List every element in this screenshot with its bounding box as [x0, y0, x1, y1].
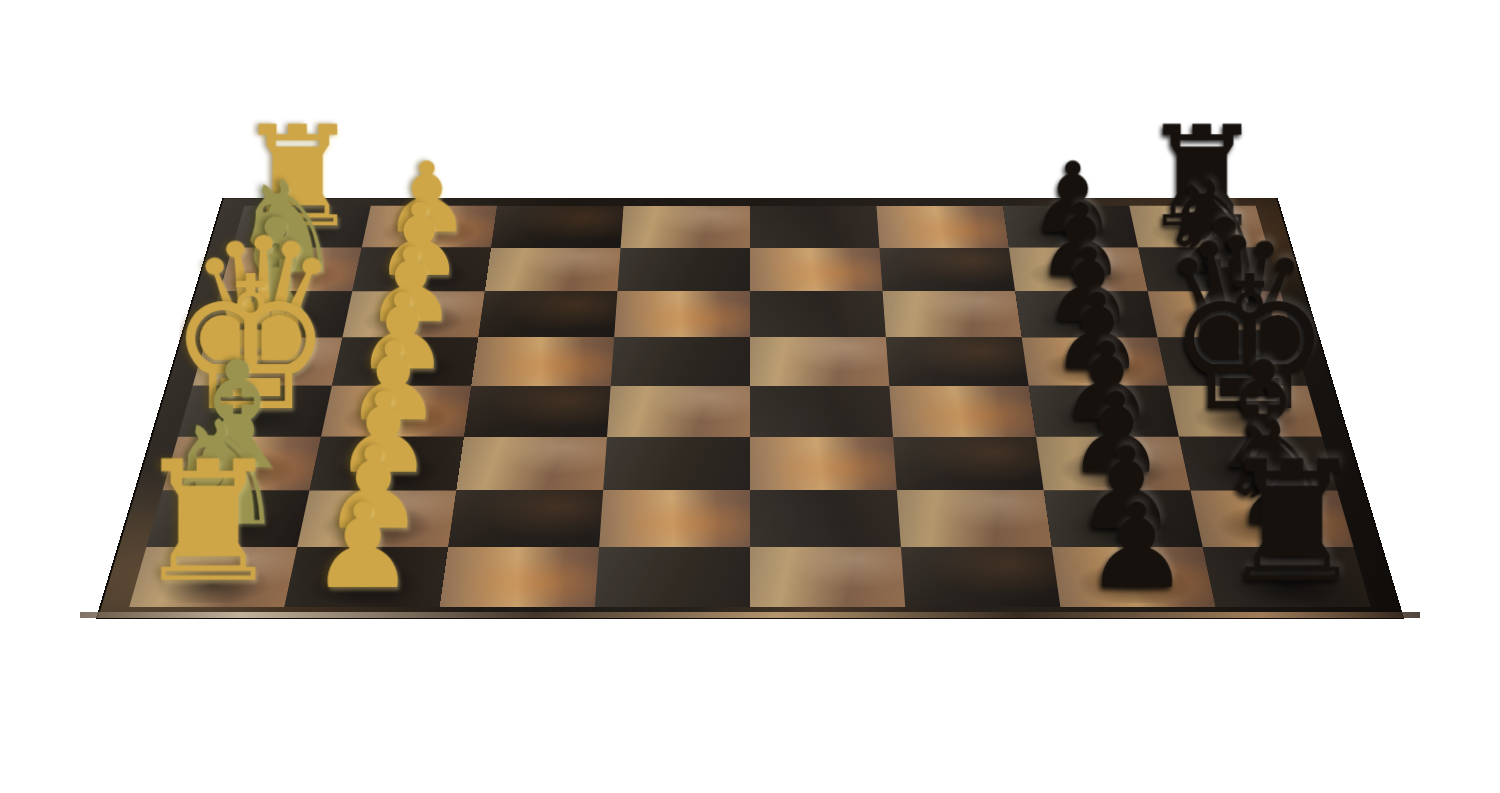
square-b5[interactable] [750, 248, 883, 292]
piece-white-pawn[interactable]: ♟ [310, 491, 415, 602]
chess-scene: ♜♟♟♜♞♟♟♞♝♟♟♝♛♟♟♛♚♟♟♚♝♟♟♝♞♟♟♞♜♟♟♜ [0, 0, 1500, 793]
square-f6[interactable] [893, 437, 1044, 491]
square-c4[interactable] [614, 291, 750, 337]
square-d4[interactable] [611, 337, 750, 385]
square-f3[interactable] [456, 437, 607, 491]
piece-stand: ♜ [1215, 444, 1370, 602]
square-b3[interactable] [485, 248, 621, 292]
piece-stand: ♟ [1060, 491, 1215, 602]
square-a6[interactable] [876, 206, 1008, 248]
square-h2[interactable]: ♟ [284, 547, 448, 607]
square-b6[interactable] [879, 248, 1015, 292]
square-a3[interactable] [491, 206, 623, 248]
square-e6[interactable] [889, 386, 1036, 437]
chess-board: ♜♟♟♜♞♟♟♞♝♟♟♝♛♟♟♛♚♟♟♚♝♟♟♝♞♟♟♞♜♟♟♜ [98, 198, 1402, 618]
square-h1[interactable]: ♜ [129, 547, 297, 607]
square-h4[interactable] [595, 547, 750, 607]
square-e3[interactable] [464, 386, 611, 437]
square-g3[interactable] [448, 490, 603, 547]
square-f5[interactable] [750, 437, 897, 491]
piece-black-rook[interactable]: ♜ [1217, 444, 1367, 602]
square-d6[interactable] [886, 337, 1029, 385]
piece-stand: ♟ [285, 491, 440, 602]
piece-stand: ♜ [131, 444, 286, 602]
square-h5[interactable] [750, 547, 905, 607]
square-h7[interactable]: ♟ [1052, 547, 1216, 607]
square-g4[interactable] [599, 490, 750, 547]
square-e4[interactable] [607, 386, 750, 437]
square-g5[interactable] [750, 490, 901, 547]
board-apron [82, 617, 1418, 718]
piece-white-rook[interactable]: ♜ [133, 444, 283, 602]
piece-black-pawn[interactable]: ♟ [1085, 491, 1190, 602]
square-c5[interactable] [750, 291, 886, 337]
square-h3[interactable] [440, 547, 599, 607]
square-d5[interactable] [750, 337, 889, 385]
square-h8[interactable]: ♜ [1203, 547, 1371, 607]
square-d3[interactable] [471, 337, 614, 385]
square-c3[interactable] [478, 291, 617, 337]
square-a4[interactable] [621, 206, 750, 248]
square-a5[interactable] [750, 206, 879, 248]
square-h6[interactable] [901, 547, 1060, 607]
square-b4[interactable] [617, 248, 750, 292]
square-c6[interactable] [883, 291, 1022, 337]
square-g6[interactable] [897, 490, 1052, 547]
square-f4[interactable] [603, 437, 750, 491]
square-e5[interactable] [750, 386, 893, 437]
